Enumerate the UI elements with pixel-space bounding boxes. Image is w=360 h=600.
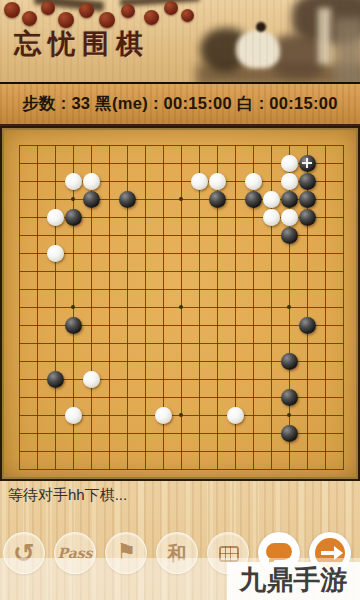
black-stone [299, 209, 316, 226]
watermark: 九鼎手游网 [227, 562, 360, 600]
ink-sitting-figure [236, 30, 280, 68]
go-board[interactable] [0, 126, 360, 481]
white-stone [227, 407, 244, 424]
black-stone [65, 209, 82, 226]
white-stone [155, 407, 172, 424]
star-point [71, 305, 75, 309]
black-stone [65, 317, 82, 334]
app-banner: 忘忧围棋 [0, 0, 360, 82]
black-stone [83, 191, 100, 208]
ink-wash [334, 18, 360, 82]
go-app-window: 忘忧围棋 步数 : 33 黑(me) : 00:15:00 白 : 00:15:… [0, 0, 360, 600]
white-stone [47, 245, 64, 262]
star-point [287, 305, 291, 309]
black-stone [299, 173, 316, 190]
star-point [71, 197, 75, 201]
white-stone [209, 173, 226, 190]
black-stone [119, 191, 136, 208]
turn-status-text: 等待对手hh下棋... [8, 486, 127, 505]
black-stone [209, 191, 226, 208]
black-stone [299, 191, 316, 208]
white-stone [47, 209, 64, 226]
black-stone [299, 155, 316, 172]
white-stone [281, 155, 298, 172]
white-stone [281, 209, 298, 226]
star-point [179, 305, 183, 309]
black-stone [281, 425, 298, 442]
branch-stroke [120, 0, 200, 7]
star-point [179, 413, 183, 417]
star-point [179, 197, 183, 201]
white-stone [83, 173, 100, 190]
ink-rocks [292, 0, 360, 44]
exit-arrow-shaft [321, 551, 334, 555]
star-point [287, 413, 291, 417]
black-stone [245, 191, 262, 208]
black-stone [281, 191, 298, 208]
white-stone [65, 407, 82, 424]
game-status-text: 步数 : 33 黑(me) : 00:15:00 白 : 00:15:00 [0, 84, 360, 123]
white-stone [281, 173, 298, 190]
black-stone [299, 317, 316, 334]
last-move-marker [302, 158, 312, 168]
black-stone [281, 227, 298, 244]
white-stone [191, 173, 208, 190]
branch-stroke [34, 0, 105, 12]
white-stone [83, 371, 100, 388]
black-stone [281, 353, 298, 370]
white-stone [263, 209, 280, 226]
bottom-panel: 等待对手hh下棋... ↺ Pass ⚑ 和 九鼎手游网 [0, 481, 360, 600]
white-stone [263, 191, 280, 208]
status-bar: 步数 : 33 黑(me) : 00:15:00 白 : 00:15:00 [0, 82, 360, 126]
ink-ground [196, 64, 360, 82]
black-stone [47, 371, 64, 388]
app-title: 忘忧围棋 [14, 26, 150, 62]
ink-foliage [200, 28, 248, 72]
ink-rocks [268, 34, 326, 78]
white-stone [65, 173, 82, 190]
ink-waterfall [318, 8, 331, 64]
ink-figure-head [256, 22, 266, 32]
white-stone [245, 173, 262, 190]
black-stone [281, 389, 298, 406]
